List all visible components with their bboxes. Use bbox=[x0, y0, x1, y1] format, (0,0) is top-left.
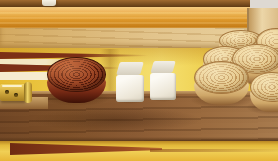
checker-top-face bbox=[194, 61, 249, 94]
hinge-screw bbox=[14, 93, 18, 97]
die-showing-6[interactable] bbox=[116, 62, 144, 102]
die-front-face bbox=[150, 73, 176, 100]
light-checker[interactable] bbox=[250, 72, 278, 112]
die-front-face bbox=[116, 75, 144, 102]
die-top-face bbox=[116, 62, 143, 75]
dark-checker[interactable] bbox=[47, 57, 106, 103]
die-top-face bbox=[150, 61, 175, 73]
light-checker[interactable] bbox=[194, 61, 249, 105]
brass-hinge-glint bbox=[2, 85, 22, 87]
backgammon-board-photo bbox=[0, 0, 278, 161]
hinge-screw bbox=[5, 90, 9, 94]
checker-top-face bbox=[47, 57, 106, 92]
brass-hinge-barrel bbox=[24, 82, 32, 103]
pieces-layer bbox=[0, 0, 278, 161]
die-showing-1[interactable] bbox=[150, 61, 176, 100]
